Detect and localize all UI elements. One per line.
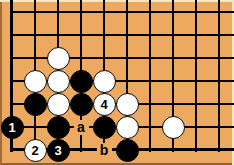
stone-black	[70, 70, 93, 93]
stone-number-label: 1	[8, 121, 15, 134]
stone-white	[24, 70, 47, 93]
go-board-diagram: 4123ab	[0, 0, 234, 165]
stone-white	[93, 70, 116, 93]
stone-white-4: 4	[93, 93, 116, 116]
stone-number-label: 2	[31, 144, 38, 157]
point-letter-a: a	[74, 120, 89, 135]
stone-white	[116, 116, 139, 139]
stone-black	[70, 93, 93, 116]
stone-number-label: 4	[100, 98, 107, 111]
stone-black	[93, 116, 116, 139]
stone-black	[24, 93, 47, 116]
grid-line-vertical	[218, 0, 220, 152]
grid-line-horizontal	[10, 11, 234, 13]
grid-line-horizontal	[10, 34, 234, 36]
stone-black-3: 3	[47, 139, 70, 162]
stone-black	[47, 116, 70, 139]
stone-number-label: 3	[54, 144, 61, 157]
stone-white	[47, 70, 70, 93]
stone-black-1: 1	[1, 116, 24, 139]
point-letter-b: b	[97, 143, 112, 158]
grid-line-horizontal	[10, 57, 234, 59]
stone-white	[47, 47, 70, 70]
stone-white-2: 2	[24, 139, 47, 162]
stone-black	[116, 139, 139, 162]
stone-white	[47, 93, 70, 116]
grid-line-vertical	[149, 0, 151, 152]
stone-white	[162, 116, 185, 139]
grid-line-vertical	[195, 0, 197, 152]
stone-white	[116, 93, 139, 116]
